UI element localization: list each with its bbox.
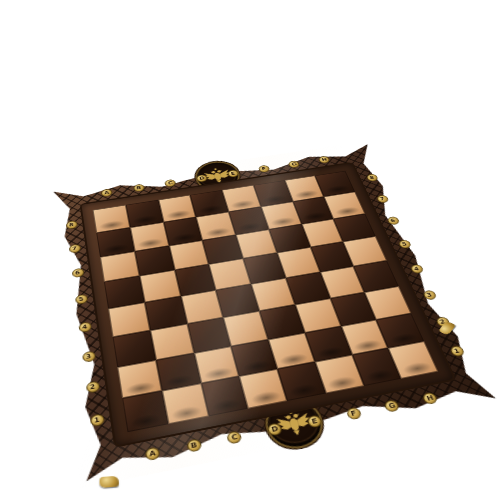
brass-plaque-1: 1: [448, 345, 465, 357]
brass-plaque-C: C: [164, 179, 176, 188]
brass-plaque-1: 1: [89, 413, 104, 427]
chess-board-photo: ♜♞♝♛♚♝♞♜♟♟♟♟♟♟♟♟♟♟♟♟♟♟♟♟♜♞♝♛♚♝♞♜ ABCDEFG…: [0, 0, 500, 500]
brass-plaque-7: 7: [68, 243, 81, 253]
brass-plaque-3: 3: [81, 350, 95, 362]
brass-plaque-B: B: [133, 183, 145, 192]
brass-plaque-F: F: [257, 164, 270, 172]
brass-plaque-D: D: [196, 174, 209, 183]
brass-plaque-4: 4: [78, 321, 92, 333]
piece-shadow: [388, 331, 420, 346]
brass-plaque-B: B: [186, 438, 202, 453]
brass-plaque-G: G: [288, 160, 301, 168]
square-a4[interactable]: [108, 302, 150, 337]
brass-plaque-H: H: [318, 155, 331, 163]
chess-board-assembly: ♜♞♝♛♚♝♞♜♟♟♟♟♟♟♟♟♟♟♟♟♟♟♟♟♜♞♝♛♚♝♞♜ ABCDEFG…: [48, 141, 500, 489]
brass-foot-left: [99, 476, 119, 488]
square-e4[interactable]: [251, 278, 295, 311]
brass-plaque-E: E: [227, 169, 240, 177]
brass-plaque-6: 6: [386, 216, 400, 225]
